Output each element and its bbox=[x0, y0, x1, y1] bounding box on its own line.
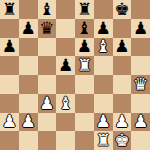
square-f1[interactable]: ♜ bbox=[94, 131, 113, 150]
square-b2[interactable]: ♟ bbox=[19, 113, 38, 132]
square-f7[interactable]: ♟ bbox=[94, 19, 113, 38]
piece-black-pawn[interactable]: ♟ bbox=[133, 20, 148, 37]
square-b6[interactable] bbox=[19, 38, 38, 57]
square-e6[interactable]: ♟ bbox=[75, 38, 94, 57]
square-f8[interactable] bbox=[94, 0, 113, 19]
square-c3[interactable]: ♟ bbox=[38, 94, 57, 113]
square-c5[interactable] bbox=[38, 56, 57, 75]
square-g7[interactable] bbox=[113, 19, 132, 38]
piece-white-king[interactable]: ♚ bbox=[114, 132, 129, 149]
piece-white-pawn[interactable]: ♟ bbox=[21, 113, 36, 130]
square-h1[interactable] bbox=[131, 131, 150, 150]
square-c6[interactable] bbox=[38, 38, 57, 57]
square-a8[interactable]: ♜ bbox=[0, 0, 19, 19]
square-h2[interactable]: ♟ bbox=[131, 113, 150, 132]
square-f2[interactable]: ♟ bbox=[94, 113, 113, 132]
square-g2[interactable]: ♟ bbox=[113, 113, 132, 132]
piece-black-pawn[interactable]: ♟ bbox=[77, 38, 92, 55]
piece-black-rook[interactable]: ♜ bbox=[77, 1, 92, 18]
piece-white-pawn[interactable]: ♟ bbox=[2, 113, 17, 130]
piece-black-pawn[interactable]: ♟ bbox=[58, 57, 73, 74]
square-g6[interactable]: ♟ bbox=[113, 38, 132, 57]
square-h8[interactable] bbox=[131, 0, 150, 19]
chess-board: ♜♝♜♚♟♛♝♟♟♟♟♝♟♟♜♛♟♝♟♟♟♟♟♜♚ bbox=[0, 0, 150, 150]
square-g5[interactable] bbox=[113, 56, 132, 75]
square-d2[interactable] bbox=[56, 113, 75, 132]
piece-white-bishop[interactable]: ♝ bbox=[58, 95, 73, 112]
square-a1[interactable] bbox=[0, 131, 19, 150]
square-h4[interactable]: ♛ bbox=[131, 75, 150, 94]
square-e4[interactable] bbox=[75, 75, 94, 94]
square-b1[interactable] bbox=[19, 131, 38, 150]
square-c2[interactable] bbox=[38, 113, 57, 132]
piece-white-rook[interactable]: ♜ bbox=[96, 132, 111, 149]
square-c8[interactable]: ♝ bbox=[38, 0, 57, 19]
piece-black-pawn[interactable]: ♟ bbox=[21, 20, 36, 37]
square-g4[interactable] bbox=[113, 75, 132, 94]
square-d3[interactable]: ♝ bbox=[56, 94, 75, 113]
square-b3[interactable] bbox=[19, 94, 38, 113]
piece-white-queen[interactable]: ♛ bbox=[133, 76, 148, 93]
piece-black-bishop[interactable]: ♝ bbox=[39, 1, 54, 18]
square-f4[interactable] bbox=[94, 75, 113, 94]
piece-black-queen[interactable]: ♛ bbox=[39, 20, 54, 37]
piece-black-pawn[interactable]: ♟ bbox=[2, 38, 17, 55]
square-h6[interactable] bbox=[131, 38, 150, 57]
square-g8[interactable]: ♚ bbox=[113, 0, 132, 19]
square-a7[interactable] bbox=[0, 19, 19, 38]
square-d6[interactable] bbox=[56, 38, 75, 57]
square-b8[interactable] bbox=[19, 0, 38, 19]
square-h5[interactable] bbox=[131, 56, 150, 75]
piece-white-pawn[interactable]: ♟ bbox=[114, 113, 129, 130]
square-b7[interactable]: ♟ bbox=[19, 19, 38, 38]
square-a6[interactable]: ♟ bbox=[0, 38, 19, 57]
square-e1[interactable] bbox=[75, 131, 94, 150]
piece-white-pawn[interactable]: ♟ bbox=[39, 95, 54, 112]
square-a2[interactable]: ♟ bbox=[0, 113, 19, 132]
square-d1[interactable] bbox=[56, 131, 75, 150]
square-d8[interactable] bbox=[56, 0, 75, 19]
square-d7[interactable] bbox=[56, 19, 75, 38]
square-a3[interactable] bbox=[0, 94, 19, 113]
square-f3[interactable] bbox=[94, 94, 113, 113]
piece-white-pawn[interactable]: ♟ bbox=[133, 113, 148, 130]
square-f6[interactable]: ♝ bbox=[94, 38, 113, 57]
piece-white-rook[interactable]: ♜ bbox=[77, 57, 92, 74]
square-g1[interactable]: ♚ bbox=[113, 131, 132, 150]
piece-black-bishop[interactable]: ♝ bbox=[77, 20, 92, 37]
square-h7[interactable]: ♟ bbox=[131, 19, 150, 38]
square-c7[interactable]: ♛ bbox=[38, 19, 57, 38]
square-e3[interactable] bbox=[75, 94, 94, 113]
piece-white-pawn[interactable]: ♟ bbox=[96, 113, 111, 130]
piece-black-pawn[interactable]: ♟ bbox=[96, 20, 111, 37]
square-e5[interactable]: ♜ bbox=[75, 56, 94, 75]
piece-black-pawn[interactable]: ♟ bbox=[114, 38, 129, 55]
piece-black-rook[interactable]: ♜ bbox=[2, 1, 17, 18]
square-b4[interactable] bbox=[19, 75, 38, 94]
square-b5[interactable] bbox=[19, 56, 38, 75]
square-d5[interactable]: ♟ bbox=[56, 56, 75, 75]
square-f5[interactable] bbox=[94, 56, 113, 75]
square-c1[interactable] bbox=[38, 131, 57, 150]
piece-black-king[interactable]: ♚ bbox=[114, 1, 129, 18]
square-a4[interactable] bbox=[0, 75, 19, 94]
square-c4[interactable] bbox=[38, 75, 57, 94]
square-h3[interactable] bbox=[131, 94, 150, 113]
square-e8[interactable]: ♜ bbox=[75, 0, 94, 19]
square-g3[interactable] bbox=[113, 94, 132, 113]
square-e7[interactable]: ♝ bbox=[75, 19, 94, 38]
square-a5[interactable] bbox=[0, 56, 19, 75]
piece-white-bishop[interactable]: ♝ bbox=[96, 38, 111, 55]
square-d4[interactable] bbox=[56, 75, 75, 94]
square-e2[interactable] bbox=[75, 113, 94, 132]
